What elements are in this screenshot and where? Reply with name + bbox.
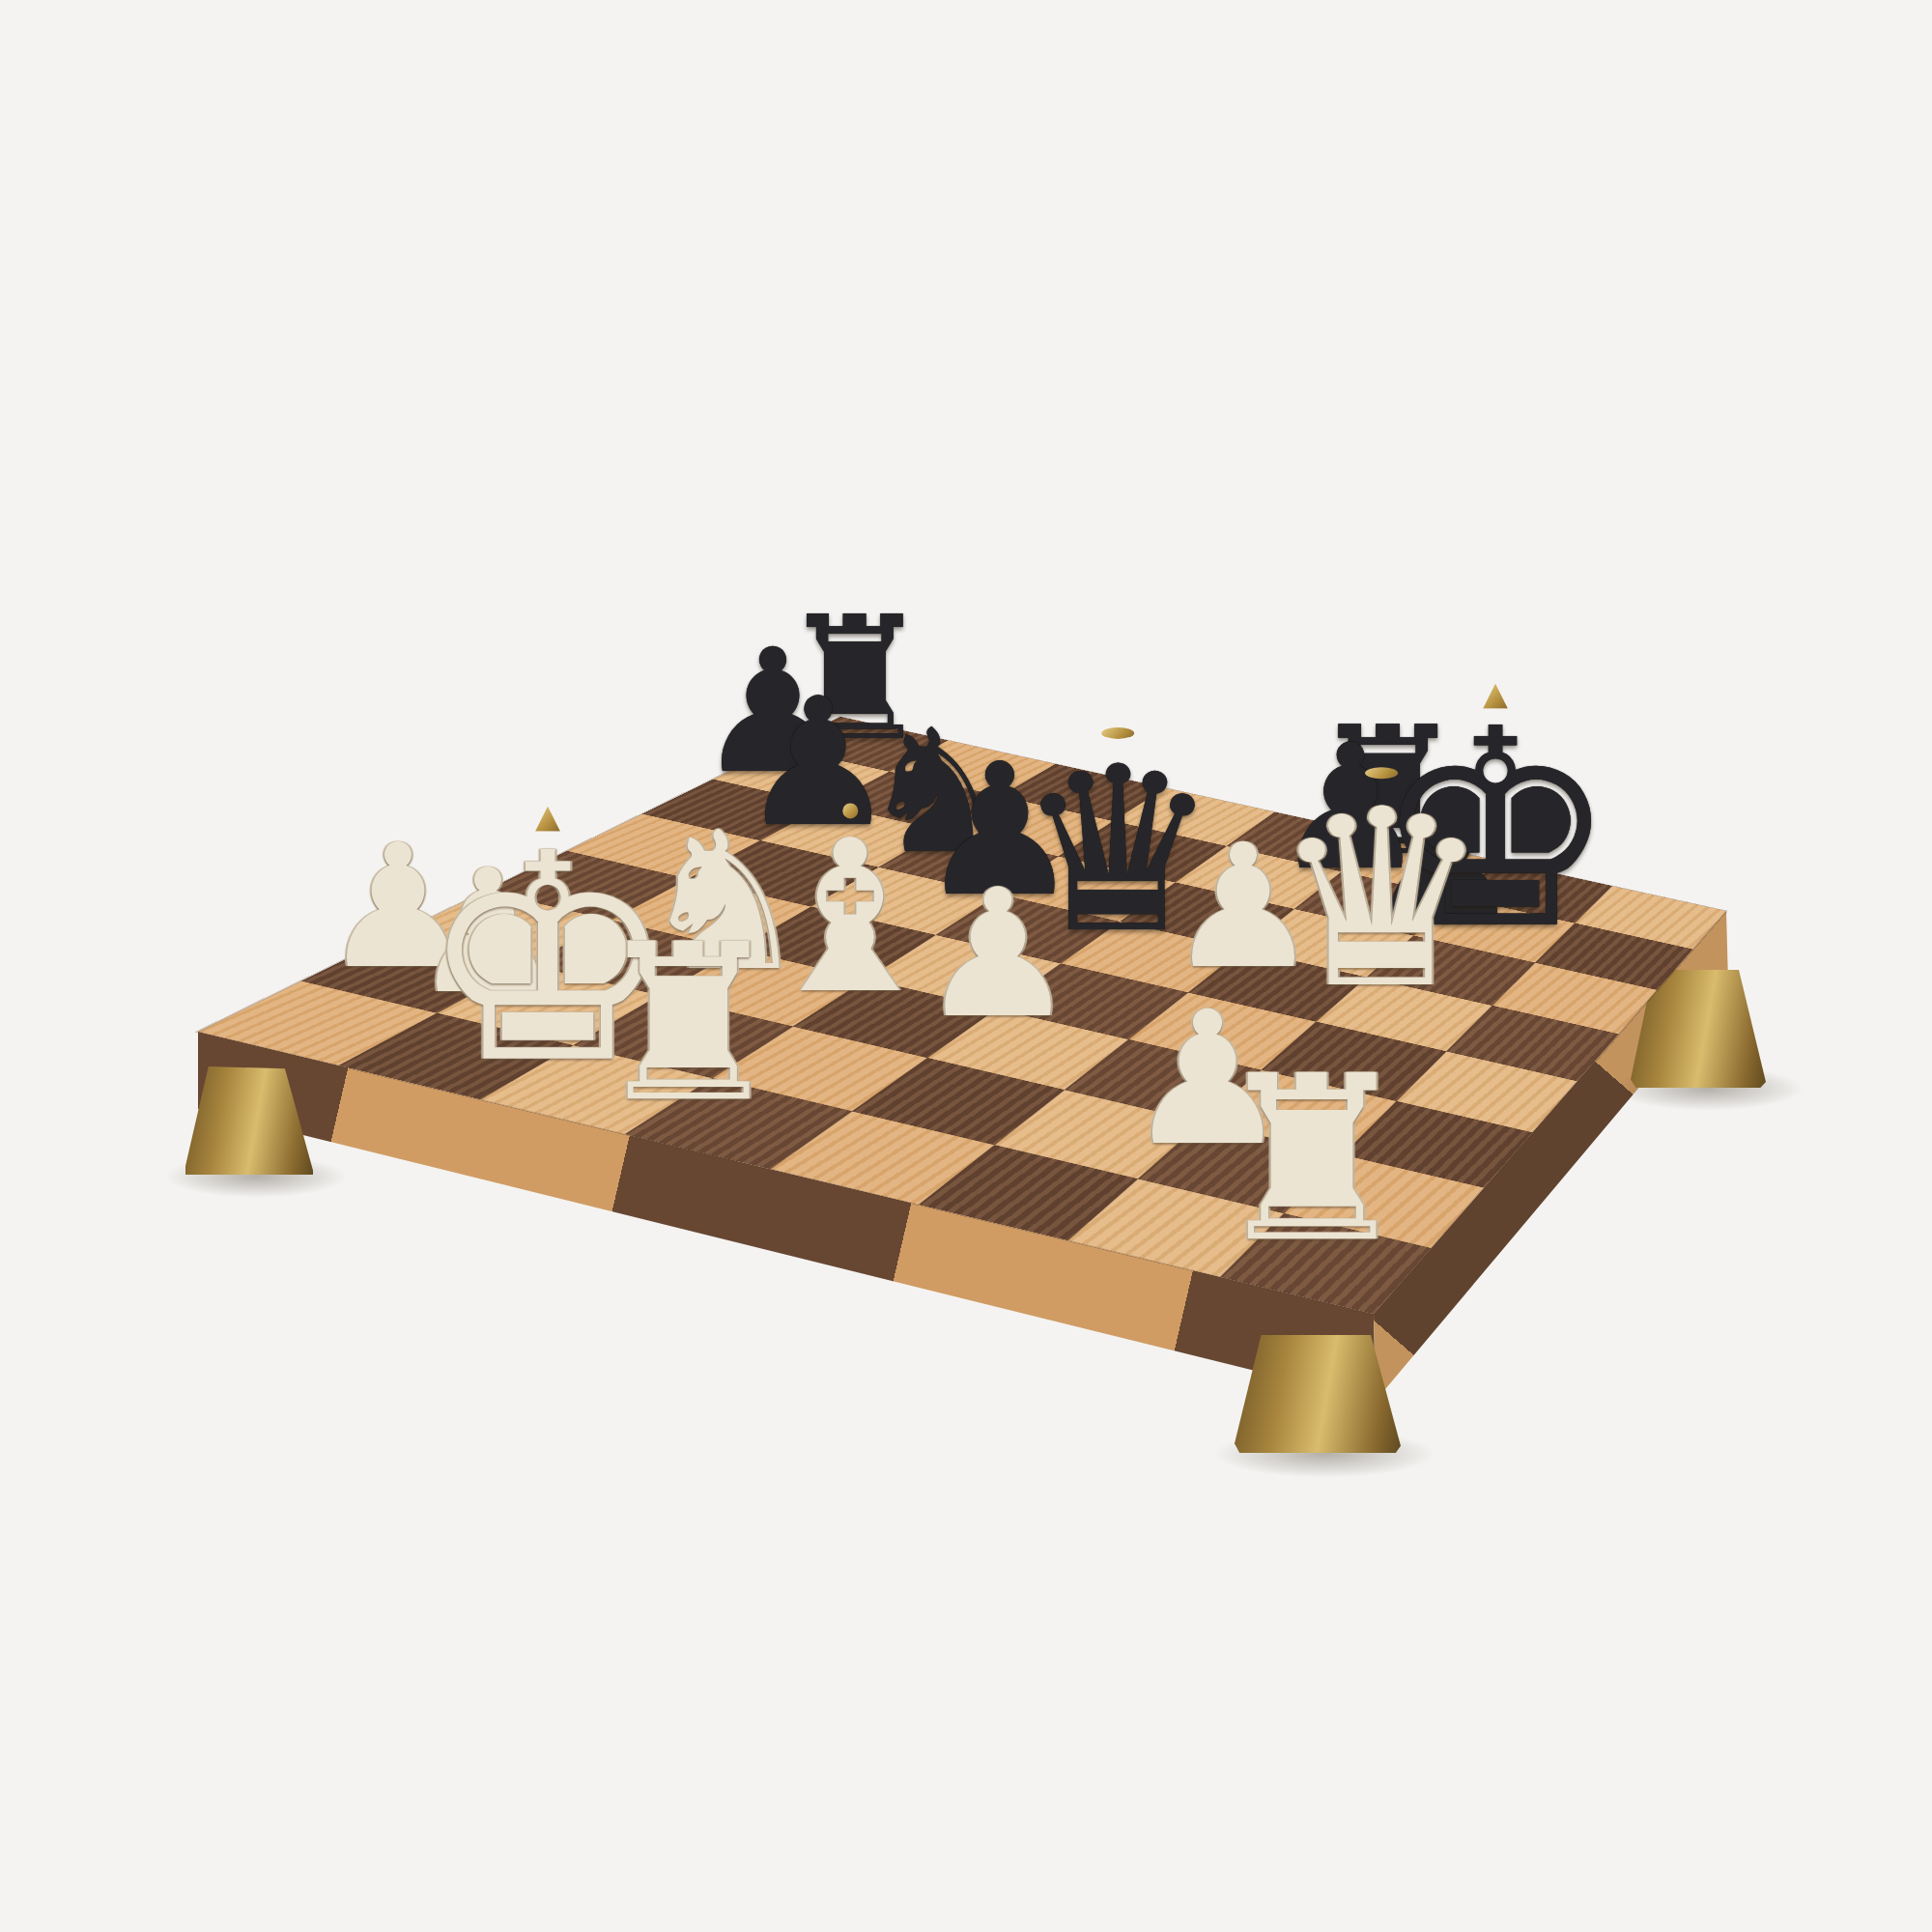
product-photo-stage: ♜♟♟♞♟♛♜♟♚♟♟♟♚♜♞♝♟♟♟♛♜	[0, 0, 1932, 1932]
brass-disc-finial	[1365, 767, 1398, 779]
brass-ball-finial	[842, 803, 858, 818]
brass-foot-left	[185, 1066, 313, 1175]
pawn-glyph: ♟	[919, 866, 1077, 1042]
white-rook-a1[interactable]: ♜	[1209, 1046, 1414, 1274]
white-rook-e1[interactable]: ♜	[592, 916, 786, 1132]
brass-foot-front	[1235, 1335, 1401, 1453]
brass-disc-finial	[1101, 727, 1134, 739]
rook-glyph: ♜	[592, 916, 786, 1132]
rook-glyph: ♜	[1209, 1046, 1414, 1274]
queen-glyph: ♛	[1271, 777, 1492, 1022]
white-pawn-d3[interactable]: ♟	[919, 866, 1077, 1042]
white-queen-b5[interactable]: ♛	[1271, 777, 1492, 1022]
